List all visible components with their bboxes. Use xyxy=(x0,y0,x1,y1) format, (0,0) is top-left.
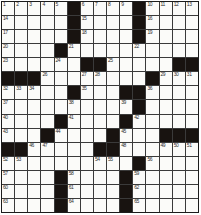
cell-r6-c1-block xyxy=(2,72,14,85)
cell-r13-c5-block xyxy=(55,171,67,184)
cell-r7-c13[interactable] xyxy=(160,86,172,99)
cell-r14-c10-block xyxy=(120,185,132,198)
clue-number-16: 16 xyxy=(147,16,152,21)
cell-r13-c4[interactable] xyxy=(41,171,53,184)
cell-r5-c10[interactable] xyxy=(120,58,132,71)
cell-r9-c11[interactable]: 42 xyxy=(133,115,145,128)
cell-r10-c13-block xyxy=(160,129,172,142)
clue-number-30: 30 xyxy=(174,72,179,77)
cell-r15-c8[interactable] xyxy=(94,199,106,212)
cell-r2-c13[interactable] xyxy=(160,16,172,29)
clue-number-25: 25 xyxy=(108,58,113,63)
clue-number-34: 34 xyxy=(29,86,34,91)
cell-r2-c11-block xyxy=(133,16,145,29)
cell-r10-c10[interactable]: 45 xyxy=(120,129,132,142)
cell-r4-c13[interactable] xyxy=(160,44,172,57)
cell-r11-c14[interactable]: 50 xyxy=(173,143,185,156)
cell-r4-c5-block xyxy=(55,44,67,57)
cell-r13-c3[interactable] xyxy=(28,171,40,184)
clue-number-64: 64 xyxy=(69,199,74,204)
clue-number-22: 22 xyxy=(134,44,139,49)
clue-number-36: 36 xyxy=(147,86,152,91)
cell-r9-c12[interactable] xyxy=(146,115,158,128)
cell-r7-c4[interactable] xyxy=(41,86,53,99)
cell-r2-c1[interactable]: 14 xyxy=(2,16,14,29)
cell-r12-c10[interactable] xyxy=(120,157,132,170)
cell-r14-c6[interactable]: 61 xyxy=(68,185,80,198)
cell-r5-c5[interactable]: 24 xyxy=(55,58,67,71)
cell-r6-c8[interactable]: 28 xyxy=(94,72,106,85)
cell-r8-c15[interactable] xyxy=(186,100,198,113)
cell-r9-c13[interactable] xyxy=(160,115,172,128)
cell-r5-c7-block xyxy=(81,58,93,71)
cell-r10-c2[interactable] xyxy=(15,129,27,142)
cell-r2-c9[interactable] xyxy=(107,16,119,29)
clue-number-9: 9 xyxy=(121,2,123,7)
cell-r1-c10[interactable]: 9 xyxy=(120,2,132,15)
cell-r11-c13[interactable]: 49 xyxy=(160,143,172,156)
cell-r6-c10[interactable] xyxy=(120,72,132,85)
cell-r8-c3[interactable] xyxy=(28,100,40,113)
cell-r4-c9[interactable] xyxy=(107,44,119,57)
cell-r13-c14[interactable] xyxy=(173,171,185,184)
cell-r13-c10-block xyxy=(120,171,132,184)
clue-number-26: 26 xyxy=(42,72,47,77)
cell-r5-c15-block xyxy=(186,58,198,71)
cell-r3-c11-block xyxy=(133,30,145,43)
cell-r10-c4-block xyxy=(41,129,53,142)
cell-r15-c13[interactable] xyxy=(160,199,172,212)
clue-number-58: 58 xyxy=(69,171,74,176)
cell-r8-c6[interactable]: 38 xyxy=(68,100,80,113)
clue-number-59: 59 xyxy=(134,171,139,176)
clue-number-15: 15 xyxy=(82,16,87,21)
cell-r11-c11[interactable] xyxy=(133,143,145,156)
cell-r6-c13[interactable]: 29 xyxy=(160,72,172,85)
cell-r1-c6-block xyxy=(68,2,80,15)
cell-r12-c2[interactable]: 53 xyxy=(15,157,27,170)
cell-r12-c4[interactable] xyxy=(41,157,53,170)
cell-r10-c15-block xyxy=(186,129,198,142)
cell-r12-c9[interactable]: 55 xyxy=(107,157,119,170)
cell-r1-c11-block xyxy=(133,2,145,15)
cell-r3-c15[interactable] xyxy=(186,30,198,43)
clue-number-56: 56 xyxy=(147,157,152,162)
clue-number-6: 6 xyxy=(82,2,84,7)
cell-r11-c6[interactable] xyxy=(68,143,80,156)
cell-r2-c3[interactable] xyxy=(28,16,40,29)
cell-r2-c12[interactable]: 16 xyxy=(146,16,158,29)
cell-r8-c1[interactable]: 37 xyxy=(2,100,14,113)
clue-number-24: 24 xyxy=(56,58,61,63)
cell-r10-c5[interactable]: 44 xyxy=(55,129,67,142)
cell-r8-c4[interactable] xyxy=(41,100,53,113)
cell-r14-c1[interactable]: 60 xyxy=(2,185,14,198)
cell-r13-c12[interactable] xyxy=(146,171,158,184)
cell-r4-c7[interactable] xyxy=(81,44,93,57)
clue-number-44: 44 xyxy=(56,129,61,134)
cell-r9-c4[interactable] xyxy=(41,115,53,128)
cell-r3-c14[interactable] xyxy=(173,30,185,43)
cell-r7-c10-block xyxy=(120,86,132,99)
clue-number-40: 40 xyxy=(3,115,8,120)
cell-r11-c12[interactable] xyxy=(146,143,158,156)
cell-r14-c12[interactable] xyxy=(146,185,158,198)
clue-number-51: 51 xyxy=(187,143,192,148)
cell-r5-c11[interactable] xyxy=(133,58,145,71)
clue-number-41: 41 xyxy=(69,115,74,120)
cell-r3-c12[interactable]: 19 xyxy=(146,30,158,43)
cell-r14-c11[interactable]: 62 xyxy=(133,185,145,198)
cell-r14-c2[interactable] xyxy=(15,185,27,198)
cell-r12-c6[interactable] xyxy=(68,157,80,170)
clue-number-12: 12 xyxy=(174,2,179,7)
cell-r3-c10[interactable] xyxy=(120,30,132,43)
clue-number-52: 52 xyxy=(3,157,8,162)
clue-number-32: 32 xyxy=(3,86,8,91)
cell-r3-c1[interactable]: 17 xyxy=(2,30,14,43)
clue-number-57: 57 xyxy=(3,171,8,176)
cell-r13-c2[interactable] xyxy=(15,171,27,184)
clue-number-54: 54 xyxy=(95,157,100,162)
cell-r15-c15[interactable] xyxy=(186,199,198,212)
cell-r15-c14[interactable] xyxy=(173,199,185,212)
cell-r12-c1[interactable]: 52 xyxy=(2,157,14,170)
cell-r10-c3[interactable] xyxy=(28,129,40,142)
cell-r1-c13[interactable]: 11 xyxy=(160,2,172,15)
cell-r3-c7[interactable]: 18 xyxy=(81,30,93,43)
cell-r6-c3-block xyxy=(28,72,40,85)
cell-r2-c4[interactable] xyxy=(41,16,53,29)
clue-number-4: 4 xyxy=(42,2,44,7)
clue-number-35: 35 xyxy=(82,86,87,91)
clue-number-39: 39 xyxy=(121,100,126,105)
cell-r14-c15[interactable] xyxy=(186,185,198,198)
cell-r13-c9[interactable] xyxy=(107,171,119,184)
cell-r7-c14[interactable] xyxy=(173,86,185,99)
cell-r8-c11-block xyxy=(133,100,145,113)
cell-r15-c3[interactable] xyxy=(28,199,40,212)
cell-r6-c15[interactable]: 31 xyxy=(186,72,198,85)
cell-r5-c12[interactable] xyxy=(146,58,158,71)
cell-r13-c15[interactable] xyxy=(186,171,198,184)
cell-r12-c13[interactable] xyxy=(160,157,172,170)
cell-r8-c7[interactable] xyxy=(81,100,93,113)
cell-r1-c15[interactable]: 13 xyxy=(186,2,198,15)
cell-r2-c5[interactable] xyxy=(55,16,67,29)
clue-number-43: 43 xyxy=(3,129,8,134)
cell-r12-c5[interactable] xyxy=(55,157,67,170)
clue-number-17: 17 xyxy=(3,30,8,35)
cell-r7-c11-block xyxy=(133,86,145,99)
cell-r9-c6[interactable]: 41 xyxy=(68,115,80,128)
clue-number-1: 1 xyxy=(3,2,5,7)
cell-r6-c14[interactable]: 30 xyxy=(173,72,185,85)
cell-r5-c3[interactable] xyxy=(28,58,40,71)
cell-r3-c13[interactable] xyxy=(160,30,172,43)
cell-r1-c9[interactable]: 8 xyxy=(107,2,119,15)
cell-r12-c8[interactable]: 54 xyxy=(94,157,106,170)
clue-number-49: 49 xyxy=(161,143,166,148)
clue-number-38: 38 xyxy=(69,100,74,105)
clue-number-14: 14 xyxy=(3,16,8,21)
clue-number-42: 42 xyxy=(134,115,139,120)
cell-r1-c3[interactable]: 3 xyxy=(28,2,40,15)
cell-r6-c11[interactable] xyxy=(133,72,145,85)
cell-r4-c15[interactable] xyxy=(186,44,198,57)
cell-r5-c6[interactable] xyxy=(68,58,80,71)
cell-r6-c7[interactable]: 27 xyxy=(81,72,93,85)
cell-r4-c11[interactable]: 22 xyxy=(133,44,145,57)
cell-r2-c8[interactable] xyxy=(94,16,106,29)
cell-r12-c3[interactable] xyxy=(28,157,40,170)
clue-number-19: 19 xyxy=(147,30,152,35)
cell-r4-c6[interactable]: 21 xyxy=(68,44,80,57)
cell-r1-c7[interactable]: 6 xyxy=(81,2,93,15)
cell-r4-c14[interactable] xyxy=(173,44,185,57)
cell-r4-c12[interactable] xyxy=(146,44,158,57)
cell-r1-c4[interactable]: 4 xyxy=(41,2,53,15)
cell-r3-c4[interactable] xyxy=(41,30,53,43)
cell-r7-c8[interactable] xyxy=(94,86,106,99)
clue-number-10: 10 xyxy=(147,2,152,7)
cell-r8-c12[interactable] xyxy=(146,100,158,113)
cell-r12-c15[interactable] xyxy=(186,157,198,170)
cell-r10-c6[interactable] xyxy=(68,129,80,142)
cell-r11-c10[interactable]: 48 xyxy=(120,143,132,156)
cell-r1-c1[interactable]: 1 xyxy=(2,2,14,15)
cell-r9-c7[interactable] xyxy=(81,115,93,128)
cell-r11-c3[interactable]: 46 xyxy=(28,143,40,156)
cell-r1-c5[interactable]: 5 xyxy=(55,2,67,15)
clue-number-5: 5 xyxy=(56,2,58,7)
cell-r10-c9-block xyxy=(107,129,119,142)
clue-number-33: 33 xyxy=(16,86,21,91)
clue-number-18: 18 xyxy=(82,30,87,35)
cell-r12-c7[interactable] xyxy=(81,157,93,170)
cell-r14-c4[interactable] xyxy=(41,185,53,198)
cell-r3-c2[interactable] xyxy=(15,30,27,43)
cell-r2-c14[interactable] xyxy=(173,16,185,29)
cell-r1-c8[interactable]: 7 xyxy=(94,2,106,15)
cell-r7-c15[interactable] xyxy=(186,86,198,99)
cell-r5-c2[interactable] xyxy=(15,58,27,71)
cell-r6-c9[interactable] xyxy=(107,72,119,85)
clue-number-3: 3 xyxy=(29,2,31,7)
cell-r8-c2[interactable] xyxy=(15,100,27,113)
cell-r10-c1[interactable]: 43 xyxy=(2,129,14,142)
cell-r1-c14[interactable]: 12 xyxy=(173,2,185,15)
clue-number-28: 28 xyxy=(95,72,100,77)
cell-r15-c4[interactable] xyxy=(41,199,53,212)
cell-r5-c8-block xyxy=(94,58,106,71)
cell-r11-c15[interactable]: 51 xyxy=(186,143,198,156)
clue-number-29: 29 xyxy=(161,72,166,77)
clue-number-50: 50 xyxy=(174,143,179,148)
clue-number-62: 62 xyxy=(134,185,139,190)
cell-r4-c3[interactable] xyxy=(28,44,40,57)
cell-r5-c13[interactable] xyxy=(160,58,172,71)
cell-r7-c6-block xyxy=(68,86,80,99)
clue-number-65: 65 xyxy=(134,199,139,204)
cell-r3-c6-block xyxy=(68,30,80,43)
cell-r7-c3[interactable]: 34 xyxy=(28,86,40,99)
clue-number-37: 37 xyxy=(3,100,8,105)
cell-r13-c1[interactable]: 57 xyxy=(2,171,14,184)
crossword-grid: 1234567891011121314151617181920212223242… xyxy=(1,1,199,213)
cell-r9-c1[interactable]: 40 xyxy=(2,115,14,128)
cell-r2-c6-block xyxy=(68,16,80,29)
cell-r7-c2[interactable]: 33 xyxy=(15,86,27,99)
crossword-page: 1234567891011121314151617181920212223242… xyxy=(0,0,201,215)
clue-number-20: 20 xyxy=(3,44,8,49)
clue-number-60: 60 xyxy=(3,185,8,190)
cell-r15-c12[interactable] xyxy=(146,199,158,212)
cell-r14-c7[interactable] xyxy=(81,185,93,198)
cell-r11-c8-block xyxy=(94,143,106,156)
clue-number-11: 11 xyxy=(161,2,165,7)
cell-r1-c12[interactable]: 10 xyxy=(146,2,158,15)
cell-r9-c8[interactable] xyxy=(94,115,106,128)
cell-r2-c10[interactable] xyxy=(120,16,132,29)
cell-r5-c9[interactable]: 25 xyxy=(107,58,119,71)
cell-r15-c2[interactable] xyxy=(15,199,27,212)
cell-r8-c14[interactable] xyxy=(173,100,185,113)
cell-r8-c8[interactable] xyxy=(94,100,106,113)
cell-r7-c1[interactable]: 32 xyxy=(2,86,14,99)
cell-r11-c2-block xyxy=(15,143,27,156)
cell-r9-c15[interactable] xyxy=(186,115,198,128)
cell-r12-c12[interactable]: 56 xyxy=(146,157,158,170)
clue-number-61: 61 xyxy=(69,185,74,190)
cell-r4-c1[interactable]: 20 xyxy=(2,44,14,57)
cell-r4-c8[interactable] xyxy=(94,44,106,57)
clue-number-46: 46 xyxy=(29,143,34,148)
cell-r6-c5[interactable] xyxy=(55,72,67,85)
cell-r3-c9[interactable] xyxy=(107,30,119,43)
cell-r11-c4[interactable]: 47 xyxy=(41,143,53,156)
cell-r10-c7[interactable] xyxy=(81,129,93,142)
cell-r5-c1[interactable]: 23 xyxy=(2,58,14,71)
cell-r8-c9[interactable] xyxy=(107,100,119,113)
cell-r10-c8[interactable] xyxy=(94,129,106,142)
cell-r15-c11[interactable]: 65 xyxy=(133,199,145,212)
cell-r15-c5-block xyxy=(55,199,67,212)
cell-r6-c6[interactable] xyxy=(68,72,80,85)
cell-r14-c9[interactable] xyxy=(107,185,119,198)
cell-r15-c9[interactable] xyxy=(107,199,119,212)
cell-r6-c4[interactable]: 26 xyxy=(41,72,53,85)
cell-r11-c9-block xyxy=(107,143,119,156)
cell-r15-c1[interactable]: 63 xyxy=(2,199,14,212)
clue-number-2: 2 xyxy=(16,2,18,7)
cell-r10-c12[interactable] xyxy=(146,129,158,142)
clue-number-53: 53 xyxy=(16,157,21,162)
cell-r10-c14-block xyxy=(173,129,185,142)
cell-r11-c5[interactable] xyxy=(55,143,67,156)
cell-r9-c10-block xyxy=(120,115,132,128)
clue-number-21: 21 xyxy=(69,44,74,49)
clue-number-63: 63 xyxy=(3,199,8,204)
cell-r9-c3[interactable] xyxy=(28,115,40,128)
clue-number-55: 55 xyxy=(108,157,113,162)
cell-r2-c7[interactable]: 15 xyxy=(81,16,93,29)
cell-r12-c14[interactable] xyxy=(173,157,185,170)
cell-r13-c6[interactable]: 58 xyxy=(68,171,80,184)
cell-r4-c2[interactable] xyxy=(15,44,27,57)
cell-r2-c15[interactable] xyxy=(186,16,198,29)
cell-r7-c5[interactable] xyxy=(55,86,67,99)
clue-number-27: 27 xyxy=(82,72,87,77)
clue-number-48: 48 xyxy=(121,143,126,148)
cell-r14-c8[interactable] xyxy=(94,185,106,198)
clue-number-31: 31 xyxy=(187,72,192,77)
cell-r3-c5[interactable] xyxy=(55,30,67,43)
cell-r8-c10[interactable]: 39 xyxy=(120,100,132,113)
cell-r7-c9[interactable] xyxy=(107,86,119,99)
cell-r13-c11[interactable]: 59 xyxy=(133,171,145,184)
cell-r8-c13[interactable] xyxy=(160,100,172,113)
cell-r4-c10[interactable] xyxy=(120,44,132,57)
clue-number-45: 45 xyxy=(121,129,126,134)
cell-r3-c8[interactable] xyxy=(94,30,106,43)
cell-r2-c2[interactable] xyxy=(15,16,27,29)
clue-number-23: 23 xyxy=(3,58,8,63)
cell-r6-c2-block xyxy=(15,72,27,85)
cell-r11-c7[interactable] xyxy=(81,143,93,156)
cell-r13-c8[interactable] xyxy=(94,171,106,184)
cell-r12-c11-block xyxy=(133,157,145,170)
cell-r14-c5-block xyxy=(55,185,67,198)
cell-r14-c13[interactable] xyxy=(160,185,172,198)
cell-r15-c6[interactable]: 64 xyxy=(68,199,80,212)
cell-r6-c12-block xyxy=(146,72,158,85)
cell-r5-c4[interactable] xyxy=(41,58,53,71)
cell-r7-c7[interactable]: 35 xyxy=(81,86,93,99)
cell-r8-c5[interactable] xyxy=(55,100,67,113)
cell-r9-c5-block xyxy=(55,115,67,128)
cell-r9-c14[interactable] xyxy=(173,115,185,128)
cell-r14-c3[interactable] xyxy=(28,185,40,198)
cell-r11-c1-block xyxy=(2,143,14,156)
clue-number-7: 7 xyxy=(95,2,97,7)
cell-r13-c7[interactable] xyxy=(81,171,93,184)
cell-r14-c14[interactable] xyxy=(173,185,185,198)
cell-r3-c3[interactable] xyxy=(28,30,40,43)
cell-r9-c2[interactable] xyxy=(15,115,27,128)
clue-number-47: 47 xyxy=(42,143,47,148)
cell-r9-c9[interactable] xyxy=(107,115,119,128)
cell-r7-c12[interactable]: 36 xyxy=(146,86,158,99)
clue-number-8: 8 xyxy=(108,2,110,7)
cell-r10-c11[interactable] xyxy=(133,129,145,142)
cell-r15-c10-block xyxy=(120,199,132,212)
cell-r5-c14-block xyxy=(173,58,185,71)
cell-r4-c4[interactable] xyxy=(41,44,53,57)
clue-number-13: 13 xyxy=(187,2,192,7)
cell-r1-c2[interactable]: 2 xyxy=(15,2,27,15)
cell-r13-c13[interactable] xyxy=(160,171,172,184)
cell-r15-c7[interactable] xyxy=(81,199,93,212)
